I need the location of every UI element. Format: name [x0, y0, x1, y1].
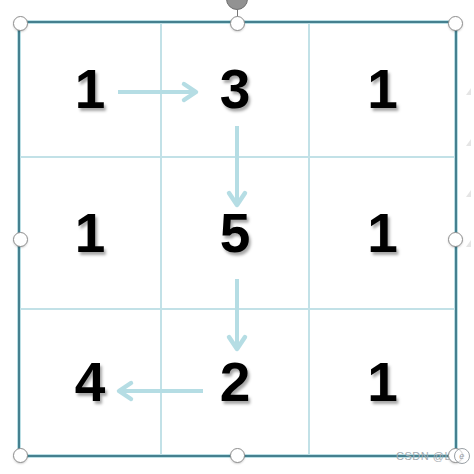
cell-number: 1	[367, 206, 398, 261]
resize-handle-middle-left[interactable]	[13, 232, 28, 247]
grid-cell-r2c3: 1	[310, 158, 455, 310]
rotate-handle-icon[interactable]	[226, 0, 248, 10]
cell-number: 1	[367, 62, 398, 117]
csdn-logo-glyph: e	[459, 451, 465, 461]
cell-number: 3	[220, 62, 251, 117]
grid-cell-r3c3: 1	[310, 310, 455, 455]
puzzle-board[interactable]: 1 3 1 1 5 1 4 2 1	[18, 21, 457, 457]
editor-canvas: 1 3 1 1 5 1 4 2 1	[0, 0, 474, 474]
csdn-logo-icon: e	[454, 448, 470, 464]
grid-cell-r2c2: 5	[162, 158, 310, 310]
grid-cell-r1c2: 3	[162, 23, 310, 158]
grid-cell-r1c3: 1	[310, 23, 455, 158]
edge-artifact	[466, 240, 471, 247]
watermark-text: CSDN @L	[396, 450, 451, 462]
grid-cell-r1c1: 1	[20, 23, 162, 158]
edge-artifact	[466, 190, 471, 197]
grid-cell-r2c1: 1	[20, 158, 162, 310]
edge-artifact	[466, 88, 471, 95]
cell-number: 1	[75, 62, 106, 117]
cell-number: 1	[75, 206, 106, 261]
cell-number: 2	[220, 355, 251, 410]
resize-handle-top-right[interactable]	[448, 16, 463, 31]
edge-artifact	[466, 139, 471, 146]
cell-number: 1	[367, 355, 398, 410]
cell-number: 5	[220, 206, 251, 261]
watermark: CSDN @L e	[396, 448, 470, 464]
grid-cell-r3c2: 2	[162, 310, 310, 455]
resize-handle-middle-right[interactable]	[448, 232, 463, 247]
resize-handle-top-center[interactable]	[230, 16, 245, 31]
resize-handle-bottom-center[interactable]	[230, 448, 245, 463]
cell-number: 4	[75, 355, 106, 410]
grid-cell-r3c1: 4	[20, 310, 162, 455]
resize-handle-bottom-left[interactable]	[13, 448, 28, 463]
resize-handle-top-left[interactable]	[13, 16, 28, 31]
